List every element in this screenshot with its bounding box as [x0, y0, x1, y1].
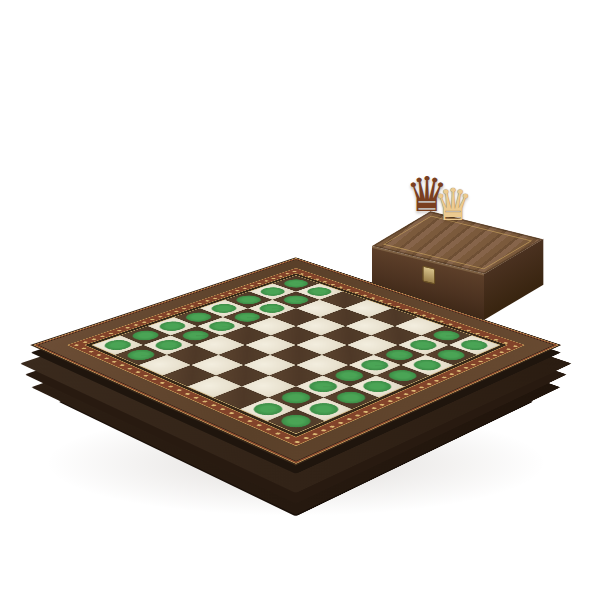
pawn-glyph: ♟ — [123, 318, 159, 358]
chess-board: ♜♞♝♛♚♝♞♜♟♟♟♟♟♟♟♟♟♟♟♟♟♟♟♟♜♞♝♛♚♝♞♜ — [30, 257, 562, 465]
rook-glyph: ♜ — [273, 374, 318, 424]
scene: ♜♞♝♛♚♝♞♜♟♟♟♟♟♟♟♟♟♟♟♟♟♟♟♟♜♞♝♛♚♝♞♜ — [0, 0, 600, 600]
